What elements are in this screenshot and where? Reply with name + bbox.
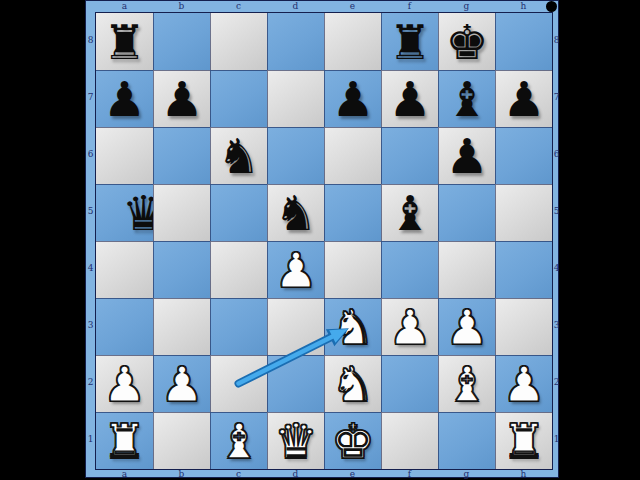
rank-label-4-right: 4 <box>552 240 561 297</box>
piece-white-knight-e3[interactable]: ♞ <box>331 299 374 355</box>
square-f1[interactable] <box>381 412 438 469</box>
square-d4[interactable]: ♟ <box>267 241 324 298</box>
rank-label-5-left: 5 <box>86 183 95 240</box>
rank-label-6-left: 6 <box>86 126 95 183</box>
square-e6[interactable] <box>324 127 381 184</box>
piece-black-king-g8[interactable]: ♚ <box>445 14 488 70</box>
rank-label-8-right: 8 <box>552 12 561 69</box>
piece-black-pawn-g6[interactable]: ♟ <box>445 128 488 184</box>
piece-white-king-e1[interactable]: ♚ <box>331 413 374 469</box>
square-c2[interactable] <box>210 355 267 412</box>
file-label-a-top: a <box>96 1 153 12</box>
piece-white-bishop-c1[interactable]: ♝ <box>217 413 260 469</box>
file-label-e-bottom: e <box>324 469 381 480</box>
file-label-c-top: c <box>210 1 267 12</box>
video-frame: { "game": "chess", "position": { "fen": … <box>0 0 640 480</box>
square-e1[interactable]: ♚ <box>324 412 381 469</box>
square-g8[interactable]: ♚ <box>438 13 495 70</box>
square-g1[interactable] <box>438 412 495 469</box>
square-b1[interactable] <box>153 412 210 469</box>
square-c4[interactable] <box>210 241 267 298</box>
file-label-g-top: g <box>438 1 495 12</box>
square-a8[interactable]: ♜ <box>96 13 153 70</box>
square-e8[interactable] <box>324 13 381 70</box>
file-label-e-top: e <box>324 1 381 12</box>
piece-white-pawn-f3[interactable]: ♟ <box>388 299 431 355</box>
piece-black-rook-a8[interactable]: ♜ <box>103 14 146 70</box>
square-a7[interactable]: ♟ <box>96 70 153 127</box>
piece-black-pawn-f7[interactable]: ♟ <box>388 71 431 127</box>
piece-white-pawn-d4[interactable]: ♟ <box>274 242 317 298</box>
square-c5[interactable] <box>210 184 267 241</box>
square-b7[interactable]: ♟ <box>153 70 210 127</box>
square-c7[interactable] <box>210 70 267 127</box>
square-f4[interactable] <box>381 241 438 298</box>
rank-label-1-left: 1 <box>86 411 95 468</box>
square-d3[interactable] <box>267 298 324 355</box>
square-d7[interactable] <box>267 70 324 127</box>
square-b4[interactable] <box>153 241 210 298</box>
file-label-a-bottom: a <box>96 469 153 480</box>
square-h8[interactable] <box>495 13 552 70</box>
square-d6[interactable] <box>267 127 324 184</box>
square-h7[interactable]: ♟ <box>495 70 552 127</box>
rank-label-8-left: 8 <box>86 12 95 69</box>
square-a3[interactable] <box>96 298 153 355</box>
square-h4[interactable] <box>495 241 552 298</box>
square-d8[interactable] <box>267 13 324 70</box>
square-g4[interactable] <box>438 241 495 298</box>
square-b8[interactable] <box>153 13 210 70</box>
piece-white-queen-d1[interactable]: ♛ <box>274 413 317 469</box>
square-a5[interactable]: ♛ <box>96 184 153 241</box>
rank-label-7-right: 7 <box>552 69 561 126</box>
square-f8[interactable]: ♜ <box>381 13 438 70</box>
piece-black-knight-c6[interactable]: ♞ <box>217 128 260 184</box>
square-h5[interactable] <box>495 184 552 241</box>
square-h1[interactable]: ♜ <box>495 412 552 469</box>
file-label-h-bottom: h <box>495 469 552 480</box>
piece-white-bishop-g2[interactable]: ♝ <box>445 356 488 412</box>
file-label-d-bottom: d <box>267 469 324 480</box>
rank-label-3-right: 3 <box>552 297 561 354</box>
square-h2[interactable]: ♟ <box>495 355 552 412</box>
chess-board: ♜♜♚♟♟♟♟♝♟♞♟♛♞♝♟♞♟♟♟♟♞♝♟♜♝♛♚♜ <box>95 12 553 470</box>
square-a1[interactable]: ♜ <box>96 412 153 469</box>
square-g5[interactable] <box>438 184 495 241</box>
square-f6[interactable] <box>381 127 438 184</box>
piece-white-pawn-h2[interactable]: ♟ <box>502 356 545 412</box>
square-g6[interactable]: ♟ <box>438 127 495 184</box>
square-c3[interactable] <box>210 298 267 355</box>
square-a2[interactable]: ♟ <box>96 355 153 412</box>
square-c8[interactable] <box>210 13 267 70</box>
piece-black-pawn-h7[interactable]: ♟ <box>502 71 545 127</box>
piece-white-knight-e2[interactable]: ♞ <box>331 356 374 412</box>
square-a4[interactable] <box>96 241 153 298</box>
square-g3[interactable]: ♟ <box>438 298 495 355</box>
square-f7[interactable]: ♟ <box>381 70 438 127</box>
square-f3[interactable]: ♟ <box>381 298 438 355</box>
piece-black-pawn-a7[interactable]: ♟ <box>103 71 146 127</box>
rank-label-2-right: 2 <box>552 354 561 411</box>
board-panel: ♜♜♚♟♟♟♟♝♟♞♟♛♞♝♟♞♟♟♟♟♞♝♟♜♝♛♚♜ aabbccddeef… <box>85 0 559 478</box>
square-d5[interactable]: ♞ <box>267 184 324 241</box>
square-e4[interactable] <box>324 241 381 298</box>
file-label-b-bottom: b <box>153 469 210 480</box>
square-c6[interactable]: ♞ <box>210 127 267 184</box>
file-label-d-top: d <box>267 1 324 12</box>
rank-label-1-right: 1 <box>552 411 561 468</box>
file-label-h-top: h <box>495 1 552 12</box>
piece-black-bishop-f5[interactable]: ♝ <box>388 185 431 241</box>
piece-black-rook-f8[interactable]: ♜ <box>388 14 431 70</box>
rank-label-7-left: 7 <box>86 69 95 126</box>
piece-white-pawn-b2[interactable]: ♟ <box>160 356 203 412</box>
rank-label-5-right: 5 <box>552 183 561 240</box>
piece-black-pawn-b7[interactable]: ♟ <box>160 71 203 127</box>
square-h3[interactable] <box>495 298 552 355</box>
square-h6[interactable] <box>495 127 552 184</box>
piece-white-rook-h1[interactable]: ♜ <box>502 413 545 469</box>
square-f2[interactable] <box>381 355 438 412</box>
rank-label-6-right: 6 <box>552 126 561 183</box>
piece-white-pawn-a2[interactable]: ♟ <box>103 356 146 412</box>
square-d1[interactable]: ♛ <box>267 412 324 469</box>
file-label-g-bottom: g <box>438 469 495 480</box>
piece-black-bishop-g7[interactable]: ♝ <box>445 71 488 127</box>
square-c1[interactable]: ♝ <box>210 412 267 469</box>
square-e2[interactable]: ♞ <box>324 355 381 412</box>
piece-black-pawn-e7[interactable]: ♟ <box>331 71 374 127</box>
rank-label-2-left: 2 <box>86 354 95 411</box>
square-b5[interactable] <box>153 184 210 241</box>
file-label-f-top: f <box>381 1 438 12</box>
file-label-c-bottom: c <box>210 469 267 480</box>
piece-black-knight-d5[interactable]: ♞ <box>274 185 317 241</box>
square-g7[interactable]: ♝ <box>438 70 495 127</box>
square-a6[interactable] <box>96 127 153 184</box>
piece-white-pawn-g3[interactable]: ♟ <box>445 299 488 355</box>
square-b6[interactable] <box>153 127 210 184</box>
square-e5[interactable] <box>324 184 381 241</box>
rank-label-3-left: 3 <box>86 297 95 354</box>
square-e3[interactable]: ♞ <box>324 298 381 355</box>
square-e7[interactable]: ♟ <box>324 70 381 127</box>
square-g2[interactable]: ♝ <box>438 355 495 412</box>
piece-white-rook-a1[interactable]: ♜ <box>103 413 146 469</box>
file-label-f-bottom: f <box>381 469 438 480</box>
square-f5[interactable]: ♝ <box>381 184 438 241</box>
file-label-b-top: b <box>153 1 210 12</box>
square-d2[interactable] <box>267 355 324 412</box>
square-b3[interactable] <box>153 298 210 355</box>
square-b2[interactable]: ♟ <box>153 355 210 412</box>
rank-label-4-left: 4 <box>86 240 95 297</box>
